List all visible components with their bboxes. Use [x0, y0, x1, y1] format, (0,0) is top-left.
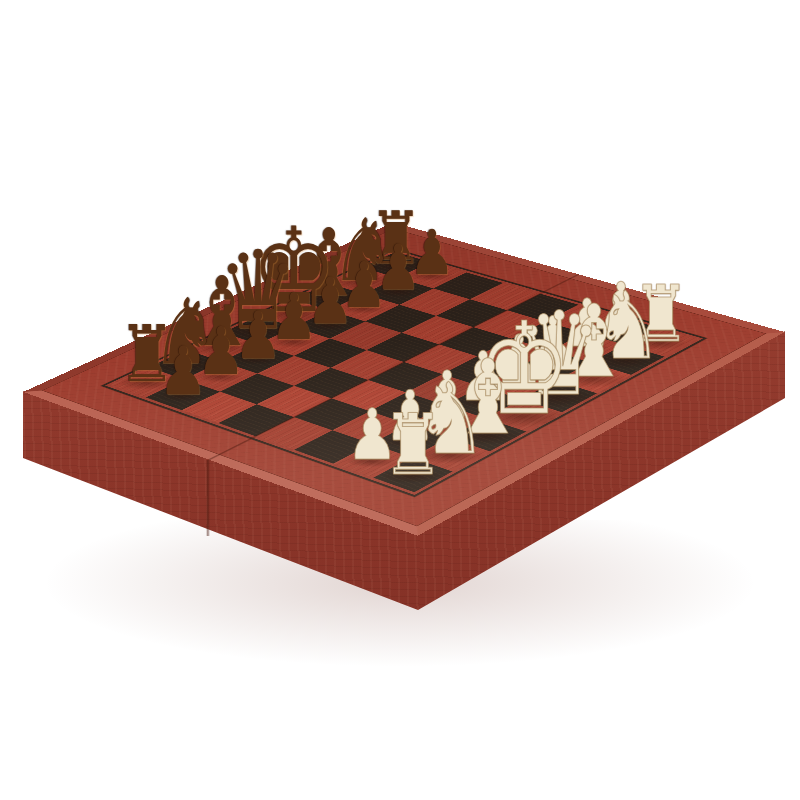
- fold-seam-side: [206, 460, 210, 536]
- product-photo: ♜♟♟♜♞♟♟♞♝♟♟♝♚♟♟♛♛♟♟♚♝♟♟♝♞♟♟♞♜♟♟♜: [0, 0, 800, 800]
